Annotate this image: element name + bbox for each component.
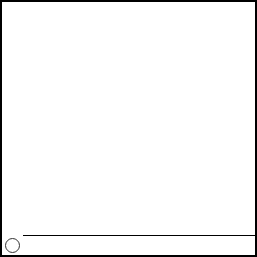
rank-labels	[2, 2, 23, 236]
chess-diagram	[0, 0, 257, 257]
file-labels	[23, 236, 255, 255]
white-to-move-indicator	[5, 238, 20, 253]
side-to-move-corner	[2, 236, 23, 255]
chess-board	[23, 2, 255, 236]
